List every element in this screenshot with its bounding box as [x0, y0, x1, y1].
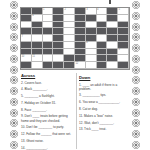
grid-cell-white[interactable] [107, 62, 118, 69]
grid-cell-black [86, 28, 97, 35]
grid-cell-black [107, 49, 118, 56]
clue-column-divider [76, 73, 77, 149]
clue-number: 4 [97, 8, 98, 11]
grid-cell-white[interactable] [43, 55, 54, 62]
ornament-flower-icon [132, 55, 140, 63]
across-clue-item: 12. Follow the ______ that were set. [21, 132, 74, 136]
left-ornament-border [8, 0, 20, 150]
ornament-flower-icon [132, 141, 140, 149]
ornament-flower-icon [10, 109, 18, 117]
grid-cell-black [53, 8, 64, 15]
grid-cell-black [107, 28, 118, 35]
grid-cell-black [97, 49, 108, 56]
grid-cell-white[interactable]: 1 [43, 8, 54, 15]
ornament-flower-icon [10, 1, 18, 9]
grid-cell-white[interactable]: 10 [21, 55, 32, 62]
grid-cell-white[interactable] [64, 15, 75, 22]
grid-cell-white[interactable]: 11 [32, 55, 43, 62]
ornament-flower-icon [132, 87, 140, 95]
grid-cell-white[interactable]: 3 [86, 8, 97, 15]
clue-number: 1 [43, 8, 44, 11]
down-clue-item: 13. Trick ____ treat. [79, 127, 129, 131]
grid-cell-white[interactable]: 2 [64, 8, 75, 15]
grid-cell-black [53, 28, 64, 35]
across-clue-list: 2. Covers face.4. Black ________.5. ____… [21, 81, 74, 150]
grid-cell-black [107, 35, 118, 42]
grid-cell-black [32, 22, 43, 29]
grid-cell-black [107, 15, 118, 22]
grid-cell-black [21, 15, 32, 22]
grid-cell-black [21, 42, 32, 49]
cropped-title-fragment [109, 0, 111, 4]
grid-cell-white[interactable]: 6 [32, 15, 43, 22]
grid-cell-white[interactable]: 5 [118, 8, 129, 15]
across-clue-item: 5. ________ a flashlight. [21, 94, 74, 98]
clue-number: 3 [86, 8, 87, 11]
grid-cell-black [75, 15, 86, 22]
grid-cell-black [64, 62, 75, 69]
clue-number: 8 [86, 41, 87, 44]
grid-cell-black [32, 42, 43, 49]
ornament-flower-icon [10, 44, 18, 52]
ornament-flower-icon [132, 66, 140, 74]
grid-cell-black [107, 55, 118, 62]
grid-cell-white[interactable] [43, 15, 54, 22]
clue-number: 12 [75, 62, 78, 65]
down-clue-list: 1. ____ an adult if there is a problem.3… [79, 83, 129, 132]
grid-cell-black [75, 35, 86, 42]
ornament-flower-icon [10, 55, 18, 63]
grid-cell-black [75, 22, 86, 29]
across-clue-item: 9. Don't ____ treats before getting home… [21, 114, 74, 122]
grid-cell-black [118, 35, 129, 42]
across-clue-item: 2. Covers face. [21, 81, 74, 85]
grid-cell-white[interactable] [97, 15, 108, 22]
grid-cell-black [75, 8, 86, 15]
grid-cell-black [64, 55, 75, 62]
across-clue-item: 7. Holiday on October 31. [21, 101, 74, 105]
down-clue-item: 6. You wear a ____________. [79, 100, 129, 104]
across-clue-item: 14. ____________. [21, 146, 74, 150]
down-header: Down [79, 75, 129, 80]
clue-number: 2 [65, 8, 66, 11]
grid-cell-black [32, 28, 43, 35]
grid-cell-black [75, 49, 86, 56]
clue-number: 5 [119, 8, 120, 11]
down-clue-item: 8. Cat or dog. [79, 107, 129, 111]
grid-cell-white[interactable]: 12 [75, 62, 86, 69]
grid-cell-black [53, 15, 64, 22]
grid-cell-white[interactable] [64, 42, 75, 49]
grid-cell-black [53, 42, 64, 49]
grid-cell-black [107, 8, 118, 15]
grid-cell-black [43, 62, 54, 69]
ornament-flower-icon [132, 130, 140, 138]
grid-cell-white[interactable] [86, 49, 97, 56]
grid-cell-white[interactable] [86, 55, 97, 62]
grid-cell-white[interactable] [118, 55, 129, 62]
grid-cell-black [75, 28, 86, 35]
down-clue-item: 3. __________ tips. [79, 93, 129, 97]
grid-cell-black [118, 62, 129, 69]
ornament-flower-icon [132, 33, 140, 41]
grid-cell-white[interactable] [86, 22, 97, 29]
grid-cell-black [97, 62, 108, 69]
down-clue-item: 11. Makes a "boo" noise. [79, 114, 129, 118]
down-clues-section: Down 1. ____ an adult if there is a prob… [79, 75, 129, 134]
ornament-flower-icon [132, 12, 140, 20]
worksheet-page: 123456789101112 Across 2. Covers face.4.… [0, 0, 150, 150]
clue-number: 10 [21, 55, 24, 58]
grid-cell-white[interactable] [107, 42, 118, 49]
crossword-grid: 123456789101112 [20, 7, 130, 70]
grid-cell-white[interactable] [21, 22, 32, 29]
grid-cell-black [53, 62, 64, 69]
grid-cell-black [97, 22, 108, 29]
across-header: Across [21, 73, 74, 78]
right-ornament-border [130, 0, 142, 150]
ornament-flower-icon [132, 119, 140, 127]
grid-cell-white[interactable] [32, 35, 43, 42]
grid-cell-white[interactable]: 9 [118, 49, 129, 56]
ornament-flower-icon [10, 66, 18, 74]
grid-cell-black [43, 49, 54, 56]
down-clue-item: 12. Wait, don't ________. [79, 121, 129, 125]
grid-cell-white[interactable] [64, 35, 75, 42]
across-clues-section: Across 2. Covers face.4. Black ________.… [21, 73, 74, 150]
grid-cell-white[interactable]: 4 [97, 8, 108, 15]
across-clue-item: 10. Don't be ________ to party. [21, 125, 74, 129]
across-clue-item: 4. Black ________. [21, 87, 74, 91]
grid-cell-white[interactable] [43, 22, 54, 29]
ornament-flower-icon [132, 98, 140, 106]
grid-cell-black [97, 42, 108, 49]
grid-cell-white[interactable] [53, 55, 64, 62]
ornament-flower-icon [10, 87, 18, 95]
ornament-flower-icon [10, 76, 18, 84]
grid-cell-black [21, 8, 32, 15]
grid-cell-black [97, 28, 108, 35]
grid-cell-black [75, 42, 86, 49]
ornament-flower-icon [10, 23, 18, 31]
grid-cell-white[interactable] [97, 35, 108, 42]
grid-cell-black [53, 22, 64, 29]
grid-cell-white[interactable] [64, 49, 75, 56]
grid-cell-black [118, 28, 129, 35]
across-clue-item: 13. Ghost noise. [21, 139, 74, 143]
grid-cell-white[interactable] [118, 15, 129, 22]
grid-cell-white[interactable] [43, 35, 54, 42]
ornament-flower-icon [10, 98, 18, 106]
grid-cell-white[interactable] [86, 62, 97, 69]
grid-cell-black [43, 42, 54, 49]
clue-number: 6 [32, 14, 33, 17]
ornament-flower-icon [132, 23, 140, 31]
grid-cell-white[interactable] [64, 22, 75, 29]
across-clue-item: 8. Face ________. [21, 108, 74, 112]
grid-cell-black [118, 22, 129, 29]
ornament-flower-icon [132, 1, 140, 9]
grid-cell-white[interactable] [64, 28, 75, 35]
grid-cell-black [53, 49, 64, 56]
grid-cell-white[interactable]: 8 [86, 42, 97, 49]
grid-cell-black [86, 15, 97, 22]
ornament-flower-icon [10, 12, 18, 20]
grid-cell-white[interactable] [32, 62, 43, 69]
ornament-flower-icon [10, 141, 18, 149]
grid-cell-white[interactable] [107, 22, 118, 29]
grid-cell-black [53, 35, 64, 42]
grid-cell-black [21, 62, 32, 69]
ornament-flower-icon [10, 33, 18, 41]
grid-cell-black [97, 55, 108, 62]
ornament-flower-icon [10, 130, 18, 138]
ornament-flower-icon [10, 119, 18, 127]
ornament-flower-icon [132, 109, 140, 117]
clue-number: 7 [21, 35, 22, 38]
clue-number: 11 [32, 55, 35, 58]
clue-number: 9 [119, 48, 120, 51]
down-clue-item: 1. ____ an adult if there is a problem. [79, 83, 129, 91]
grid-cell-white[interactable]: 7 [21, 35, 32, 42]
ornament-flower-icon [132, 44, 140, 52]
grid-cell-black [43, 28, 54, 35]
ornament-flower-icon [132, 76, 140, 84]
